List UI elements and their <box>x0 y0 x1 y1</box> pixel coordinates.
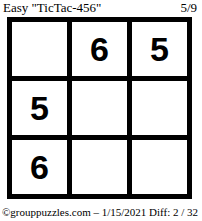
cell-r1c2[interactable]: 6 <box>72 22 127 76</box>
cell-r3c1[interactable]: 6 <box>12 140 67 194</box>
cell-r2c1[interactable]: 5 <box>12 81 67 135</box>
puzzle-title: Easy "TicTac-456" <box>3 0 101 15</box>
cell-r1c3[interactable]: 5 <box>132 22 187 76</box>
copyright-line: ©grouppuzzles.com – 1/15/2021 Diff: 2 / … <box>2 205 200 219</box>
puzzle-grid: 6 5 5 6 <box>7 17 192 199</box>
cell-r2c3[interactable] <box>132 81 187 135</box>
puzzle-page: Easy "TicTac-456" 5/9 6 5 5 6 ©grouppuzz… <box>0 0 202 221</box>
cell-r3c3[interactable] <box>132 140 187 194</box>
puzzle-header: Easy "TicTac-456" 5/9 <box>3 0 197 15</box>
cell-r1c1[interactable] <box>12 22 67 76</box>
cell-r2c2[interactable] <box>72 81 127 135</box>
puzzle-counter: 5/9 <box>180 0 197 15</box>
cell-r3c2[interactable] <box>72 140 127 194</box>
